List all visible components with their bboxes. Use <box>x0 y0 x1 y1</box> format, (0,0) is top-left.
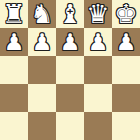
square-r2c3[interactable]: ♟ <box>56 28 84 56</box>
white-pawn-piece[interactable]: ♟ <box>60 28 81 56</box>
square-r5c2[interactable] <box>28 112 56 140</box>
square-r4c3[interactable] <box>56 84 84 112</box>
square-r5c1[interactable] <box>0 112 28 140</box>
square-r3c1[interactable] <box>0 56 28 84</box>
white-king-piece[interactable]: ♚ <box>114 0 137 28</box>
white-pawn-piece[interactable]: ♟ <box>32 28 53 56</box>
square-r2c5[interactable]: ♟ <box>112 28 140 56</box>
square-r3c4[interactable] <box>84 56 112 84</box>
square-r4c1[interactable] <box>0 84 28 112</box>
white-knight-piece[interactable]: ♞ <box>30 0 53 28</box>
white-rook-piece[interactable]: ♜ <box>2 0 25 28</box>
square-r4c2[interactable] <box>28 84 56 112</box>
square-r1c2[interactable]: ♞ <box>28 0 56 28</box>
square-r1c1[interactable]: ♜ <box>0 0 28 28</box>
square-r5c4[interactable] <box>84 112 112 140</box>
white-queen-piece[interactable]: ♛ <box>86 0 109 28</box>
square-r2c1[interactable]: ♟ <box>0 28 28 56</box>
square-r1c4[interactable]: ♛ <box>84 0 112 28</box>
square-r3c3[interactable] <box>56 56 84 84</box>
square-r4c5[interactable] <box>112 84 140 112</box>
square-r5c5[interactable] <box>112 112 140 140</box>
white-pawn-piece[interactable]: ♟ <box>88 28 109 56</box>
white-pawn-piece[interactable]: ♟ <box>116 28 137 56</box>
white-bishop-piece[interactable]: ♝ <box>58 0 81 28</box>
square-r1c3[interactable]: ♝ <box>56 0 84 28</box>
square-r4c4[interactable] <box>84 84 112 112</box>
square-r2c4[interactable]: ♟ <box>84 28 112 56</box>
square-r2c2[interactable]: ♟ <box>28 28 56 56</box>
square-r3c2[interactable] <box>28 56 56 84</box>
white-pawn-piece[interactable]: ♟ <box>4 28 25 56</box>
chess-board: ♜♞♝♛♚♟♟♟♟♟ <box>0 0 140 140</box>
square-r3c5[interactable] <box>112 56 140 84</box>
square-r1c5[interactable]: ♚ <box>112 0 140 28</box>
square-r5c3[interactable] <box>56 112 84 140</box>
